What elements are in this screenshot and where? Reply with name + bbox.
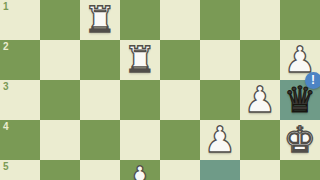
square-e4[interactable] [120,120,160,160]
square-f5[interactable] [80,160,120,180]
square-b2[interactable] [240,40,280,80]
square-f4[interactable] [80,120,120,160]
square-b4[interactable] [240,120,280,160]
square-d5[interactable] [160,160,200,180]
chess-board: 1♜2♜♟3♟♛4♟♚5♟ ! [0,0,320,180]
board-grid: 1♜2♜♟3♟♛4♟♚5♟ [0,0,320,180]
rank-label-5: 5 [3,161,9,172]
square-d3[interactable] [160,80,200,120]
square-b1[interactable] [240,0,280,40]
square-b3[interactable]: ♟ [240,80,280,120]
square-g5[interactable] [40,160,80,180]
square-f3[interactable] [80,80,120,120]
rank-label-3: 3 [3,81,9,92]
rank-label-1: 1 [3,1,9,12]
white-rook[interactable]: ♜ [120,40,160,80]
square-a5[interactable] [280,160,320,180]
white-pawn[interactable]: ♟ [120,160,160,180]
square-c5[interactable] [200,160,240,180]
square-e3[interactable] [120,80,160,120]
square-e5[interactable]: ♟ [120,160,160,180]
square-c3[interactable] [200,80,240,120]
white-pawn[interactable]: ♟ [200,120,240,160]
square-e1[interactable] [120,0,160,40]
square-d1[interactable] [160,0,200,40]
square-f1[interactable]: ♜ [80,0,120,40]
square-g4[interactable] [40,120,80,160]
square-a1[interactable] [280,0,320,40]
square-f2[interactable] [80,40,120,80]
square-a4[interactable]: ♚ [280,120,320,160]
square-b5[interactable] [240,160,280,180]
great-move-badge: ! [305,72,320,89]
square-c4[interactable]: ♟ [200,120,240,160]
rank-label-2: 2 [3,41,9,52]
rank-label-4: 4 [3,121,9,132]
square-c2[interactable] [200,40,240,80]
white-rook[interactable]: ♜ [80,0,120,40]
square-h2[interactable]: 2 [0,40,40,80]
white-king[interactable]: ♚ [280,120,320,160]
square-h1[interactable]: 1 [0,0,40,40]
white-pawn[interactable]: ♟ [240,80,280,120]
square-c1[interactable] [200,0,240,40]
square-g1[interactable] [40,0,80,40]
square-e2[interactable]: ♜ [120,40,160,80]
square-h4[interactable]: 4 [0,120,40,160]
square-d4[interactable] [160,120,200,160]
square-g2[interactable] [40,40,80,80]
square-d2[interactable] [160,40,200,80]
square-h3[interactable]: 3 [0,80,40,120]
square-g3[interactable] [40,80,80,120]
square-h5[interactable]: 5 [0,160,40,180]
